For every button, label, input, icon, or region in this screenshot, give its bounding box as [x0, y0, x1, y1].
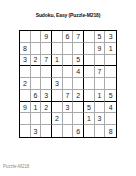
cell-r1c4[interactable] [52, 31, 63, 43]
cell-r6c3: 3 [41, 90, 52, 102]
cell-r5c9[interactable] [105, 78, 116, 90]
cell-r9c6: 6 [73, 125, 84, 137]
cell-r6c7[interactable] [84, 90, 95, 102]
cell-r1c5: 6 [63, 31, 74, 43]
cell-r1c6: 7 [73, 31, 84, 43]
cell-r2c8: 9 [95, 43, 106, 55]
cell-r7c8[interactable] [95, 102, 106, 114]
cell-r1c8: 5 [95, 31, 106, 43]
cell-r9c5[interactable] [63, 125, 74, 137]
cell-r9c2: 3 [31, 125, 42, 137]
cell-r7c9: 4 [105, 102, 116, 114]
cell-r3c3: 7 [41, 55, 52, 67]
cell-r8c1[interactable] [20, 113, 31, 125]
cell-r7c5: 3 [63, 102, 74, 114]
cell-r4c4[interactable] [52, 66, 63, 78]
cell-r8c6[interactable] [73, 113, 84, 125]
cell-r2c1: 8 [20, 43, 31, 55]
page-title: Sudoku, Easy (Puzzle-M218) [0, 12, 136, 18]
cell-r4c1[interactable] [20, 66, 31, 78]
cell-r4c8: 7 [95, 66, 106, 78]
cell-r2c3[interactable] [41, 43, 52, 55]
cell-r6c8: 1 [95, 90, 106, 102]
cell-r5c2[interactable] [31, 78, 42, 90]
cell-r8c3[interactable] [41, 113, 52, 125]
cell-r3c9[interactable] [105, 55, 116, 67]
cell-r3c2: 2 [31, 55, 42, 67]
cell-r1c7[interactable] [84, 31, 95, 43]
cell-r8c2[interactable] [31, 113, 42, 125]
cell-r9c7[interactable] [84, 125, 95, 137]
cell-r2c7[interactable] [84, 43, 95, 55]
sudoku-board: 96753891327154723637215912354213368 [19, 30, 117, 138]
cell-r8c4: 2 [52, 113, 63, 125]
cell-r3c1: 3 [20, 55, 31, 67]
cell-r9c1[interactable] [20, 125, 31, 137]
cell-r4c5[interactable] [63, 66, 74, 78]
footer-text: Puzzle-M218 [3, 164, 29, 169]
cell-r8c9[interactable] [105, 113, 116, 125]
cell-r7c3: 2 [41, 102, 52, 114]
cell-r9c9: 8 [105, 125, 116, 137]
cell-r9c3[interactable] [41, 125, 52, 137]
cell-r1c2[interactable] [31, 31, 42, 43]
cell-r8c5[interactable] [63, 113, 74, 125]
cell-r3c5[interactable] [63, 55, 74, 67]
cell-r6c9: 5 [105, 90, 116, 102]
cell-r2c6[interactable] [73, 43, 84, 55]
cell-r7c6[interactable] [73, 102, 84, 114]
cell-r7c1: 9 [20, 102, 31, 114]
cell-r9c8[interactable] [95, 125, 106, 137]
cell-r4c7[interactable] [84, 66, 95, 78]
cell-r2c9: 1 [105, 43, 116, 55]
cell-r6c2: 6 [31, 90, 42, 102]
cell-r5c1: 2 [20, 78, 31, 90]
cell-r2c2[interactable] [31, 43, 42, 55]
cell-r9c4[interactable] [52, 125, 63, 137]
cell-r8c8: 3 [95, 113, 106, 125]
cell-r2c4[interactable] [52, 43, 63, 55]
cell-r4c6: 4 [73, 66, 84, 78]
cell-r3c7[interactable] [84, 55, 95, 67]
cell-r3c4: 1 [52, 55, 63, 67]
cell-r7c4[interactable] [52, 102, 63, 114]
cell-r8c7: 1 [84, 113, 95, 125]
cell-r5c7[interactable] [84, 78, 95, 90]
cell-r5c4: 3 [52, 78, 63, 90]
cell-r6c1[interactable] [20, 90, 31, 102]
cell-r1c3: 9 [41, 31, 52, 43]
cell-r6c6: 2 [73, 90, 84, 102]
cell-r1c1[interactable] [20, 31, 31, 43]
cell-r2c5[interactable] [63, 43, 74, 55]
cell-r7c7: 5 [84, 102, 95, 114]
cell-r4c3[interactable] [41, 66, 52, 78]
cell-r4c2[interactable] [31, 66, 42, 78]
cell-r6c5: 7 [63, 90, 74, 102]
cell-r1c9: 3 [105, 31, 116, 43]
cell-r7c2: 1 [31, 102, 42, 114]
cell-r4c9[interactable] [105, 66, 116, 78]
cell-r6c4[interactable] [52, 90, 63, 102]
cell-r5c6[interactable] [73, 78, 84, 90]
cell-r5c5[interactable] [63, 78, 74, 90]
cell-r5c3[interactable] [41, 78, 52, 90]
cell-r5c8[interactable] [95, 78, 106, 90]
cell-r3c6: 5 [73, 55, 84, 67]
cell-r3c8[interactable] [95, 55, 106, 67]
